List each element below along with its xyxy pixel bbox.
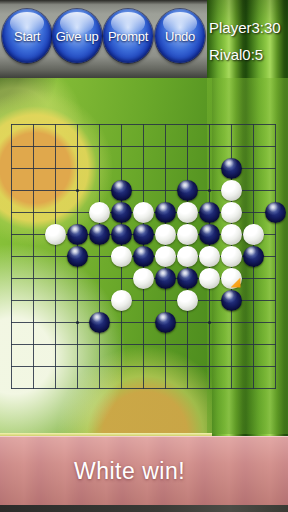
stone-black xyxy=(67,224,88,245)
stone-white xyxy=(221,202,242,223)
stone-white xyxy=(155,224,176,245)
stone-white xyxy=(199,268,220,289)
star-point xyxy=(76,321,79,324)
stone-white xyxy=(45,224,66,245)
stone-white xyxy=(133,268,154,289)
stone-black xyxy=(133,246,154,267)
stone-white xyxy=(221,268,242,289)
stone-white xyxy=(221,246,242,267)
stone-black xyxy=(89,312,110,333)
stone-white xyxy=(111,290,132,311)
stone-black xyxy=(177,180,198,201)
game-screen: Start Give up Prompt Undo Player3:30 Riv… xyxy=(0,0,288,512)
stone-black xyxy=(265,202,286,223)
stone-black xyxy=(89,224,110,245)
start-button[interactable]: Start xyxy=(2,9,52,63)
undo-button[interactable]: Undo xyxy=(155,9,205,63)
stone-black xyxy=(133,224,154,245)
stone-white xyxy=(177,224,198,245)
stone-black xyxy=(111,180,132,201)
stone-white xyxy=(155,246,176,267)
stone-black xyxy=(177,268,198,289)
player-timer: Player3:30 xyxy=(209,19,281,36)
stone-white xyxy=(199,246,220,267)
give-up-button[interactable]: Give up xyxy=(52,9,102,63)
stone-white xyxy=(243,224,264,245)
stone-white xyxy=(221,224,242,245)
stone-black xyxy=(155,312,176,333)
star-point xyxy=(76,189,79,192)
rival-timer: Rival0:5 xyxy=(209,46,263,63)
stone-black xyxy=(221,290,242,311)
bottom-bar xyxy=(0,505,288,512)
stone-black xyxy=(155,268,176,289)
prompt-button-label: Prompt xyxy=(108,29,148,44)
win-message: White win! xyxy=(74,458,185,485)
stone-white xyxy=(89,202,110,223)
board-grid[interactable] xyxy=(11,124,276,389)
start-button-label: Start xyxy=(14,29,40,44)
stone-black xyxy=(243,246,264,267)
stone-black xyxy=(199,224,220,245)
give-up-button-label: Give up xyxy=(56,29,99,44)
stone-white xyxy=(133,202,154,223)
stone-white xyxy=(221,180,242,201)
stone-black xyxy=(155,202,176,223)
stone-black xyxy=(221,158,242,179)
prompt-button[interactable]: Prompt xyxy=(103,9,153,63)
stone-black xyxy=(111,224,132,245)
star-point xyxy=(208,189,211,192)
last-move-marker xyxy=(231,278,241,288)
stone-white xyxy=(177,290,198,311)
stone-white xyxy=(111,246,132,267)
stone-black xyxy=(111,202,132,223)
stone-white xyxy=(177,202,198,223)
star-point xyxy=(208,321,211,324)
undo-button-label: Undo xyxy=(165,29,195,44)
stone-black xyxy=(67,246,88,267)
stone-black xyxy=(199,202,220,223)
toolbar: Start Give up Prompt Undo xyxy=(0,0,207,78)
stone-white xyxy=(177,246,198,267)
